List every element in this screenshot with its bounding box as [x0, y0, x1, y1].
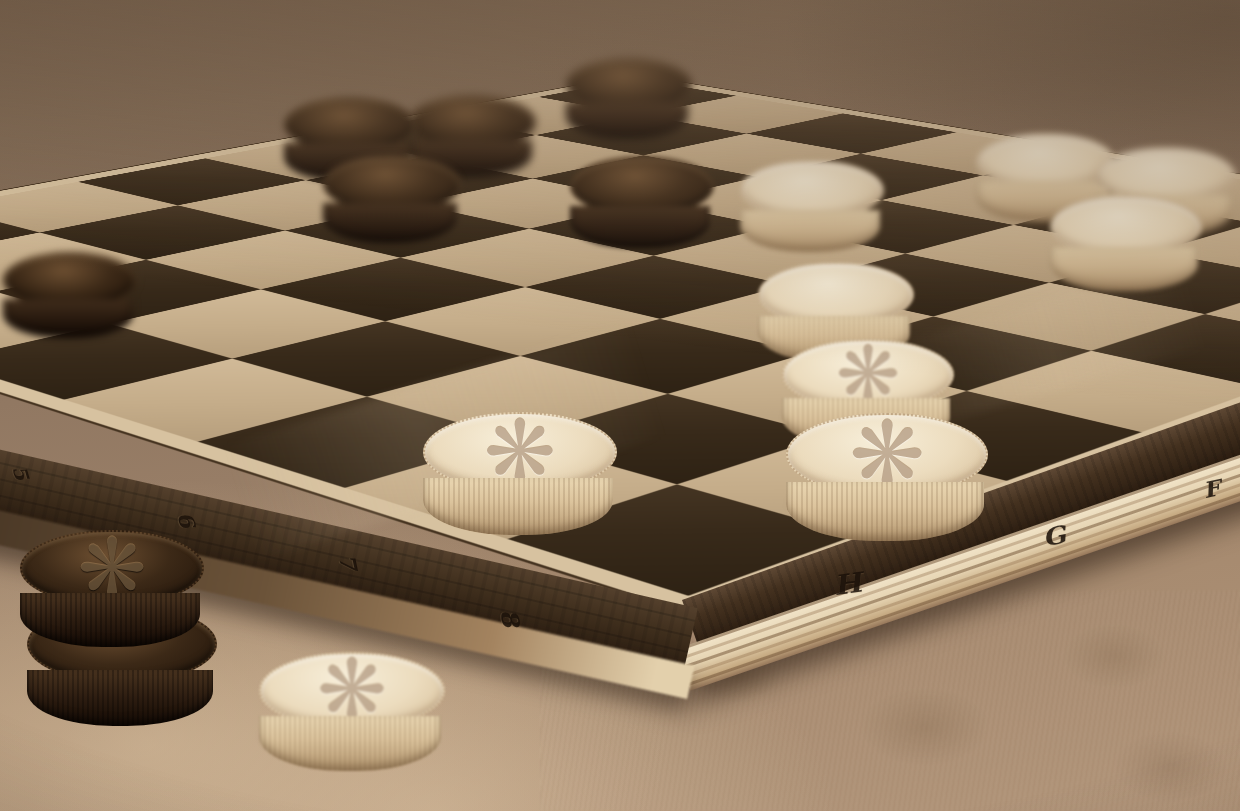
black-checker-h2	[3, 252, 133, 338]
white-checker-h7: ❋	[423, 412, 613, 535]
white-checker-d5	[740, 160, 880, 252]
piece-side-face	[27, 670, 213, 726]
black-checker-g3	[323, 155, 457, 243]
pieces-layer: ❋❋❋❋❋	[0, 0, 1240, 811]
white-checker-c6	[1050, 195, 1198, 291]
piece-side-face	[566, 102, 688, 139]
piece-side-face	[323, 203, 457, 243]
black-checker-d2	[566, 58, 688, 139]
white-checker-g8: ❋	[786, 413, 984, 541]
piece-side-face	[423, 478, 613, 535]
piece-side-face	[570, 206, 710, 248]
piece-side-face	[740, 210, 880, 252]
piece-side-face	[3, 299, 133, 338]
black-checker-f4	[570, 156, 710, 248]
piece-side-face	[1050, 247, 1198, 291]
black-checker-off-board: ❋	[20, 530, 200, 647]
white-checker-off-board: ❋	[259, 652, 441, 771]
piece-side-face	[20, 593, 200, 647]
piece-side-face	[259, 716, 441, 771]
checkers-photo-scene: HGF8765 ❋❋❋❋❋	[0, 0, 1240, 811]
piece-side-face	[786, 482, 984, 541]
